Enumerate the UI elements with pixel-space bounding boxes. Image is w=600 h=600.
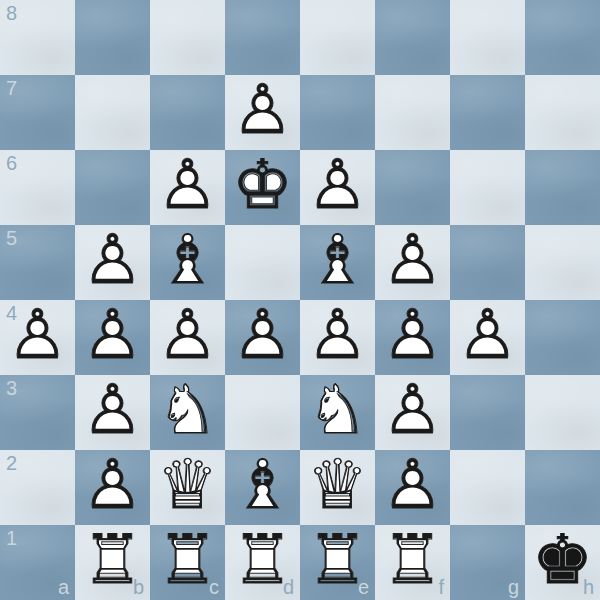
pawn-outline-glyph: ♙ bbox=[382, 226, 443, 294]
square-c8[interactable] bbox=[150, 0, 225, 75]
square-g2[interactable] bbox=[450, 450, 525, 525]
square-b8[interactable] bbox=[75, 0, 150, 75]
piece-white-pawn[interactable]: ♟♙ bbox=[375, 300, 450, 375]
square-f5[interactable]: ♟♙ bbox=[375, 225, 450, 300]
square-b6[interactable] bbox=[75, 150, 150, 225]
rook-outline-glyph: ♖ bbox=[232, 526, 293, 594]
square-a3[interactable]: 3 bbox=[0, 375, 75, 450]
piece-white-pawn[interactable]: ♟♙ bbox=[75, 450, 150, 525]
square-h7[interactable] bbox=[525, 75, 600, 150]
square-a2[interactable]: 2 bbox=[0, 450, 75, 525]
piece-white-rook[interactable]: ♜♖ bbox=[300, 525, 375, 600]
piece-white-pawn[interactable]: ♟♙ bbox=[225, 300, 300, 375]
piece-white-rook[interactable]: ♜♖ bbox=[150, 525, 225, 600]
rank-label-2: 2 bbox=[6, 452, 17, 474]
piece-white-pawn[interactable]: ♟♙ bbox=[75, 225, 150, 300]
piece-white-rook[interactable]: ♜♖ bbox=[225, 525, 300, 600]
pawn-outline-glyph: ♙ bbox=[382, 376, 443, 444]
square-b7[interactable] bbox=[75, 75, 150, 150]
square-b5[interactable]: ♟♙ bbox=[75, 225, 150, 300]
piece-white-pawn[interactable]: ♟♙ bbox=[375, 225, 450, 300]
pawn-outline-glyph: ♙ bbox=[232, 301, 293, 369]
square-d3[interactable] bbox=[225, 375, 300, 450]
rook-outline-glyph: ♖ bbox=[307, 526, 368, 594]
pawn-outline-glyph: ♙ bbox=[157, 301, 218, 369]
square-a4[interactable]: 4♟♙ bbox=[0, 300, 75, 375]
piece-white-knight[interactable]: ♞♘ bbox=[150, 375, 225, 450]
piece-white-knight[interactable]: ♞♘ bbox=[300, 375, 375, 450]
square-g7[interactable] bbox=[450, 75, 525, 150]
square-a7[interactable]: 7 bbox=[0, 75, 75, 150]
square-d8[interactable] bbox=[225, 0, 300, 75]
piece-white-rook[interactable]: ♜♖ bbox=[375, 525, 450, 600]
square-d7[interactable]: ♟♙ bbox=[225, 75, 300, 150]
square-g6[interactable] bbox=[450, 150, 525, 225]
square-g1[interactable]: g bbox=[450, 525, 525, 600]
pawn-outline-glyph: ♙ bbox=[382, 301, 443, 369]
pawn-outline-glyph: ♙ bbox=[82, 451, 143, 519]
rook-outline-glyph: ♖ bbox=[82, 526, 143, 594]
square-f8[interactable] bbox=[375, 0, 450, 75]
piece-white-bishop[interactable]: ♝♗ bbox=[225, 450, 300, 525]
square-b1[interactable]: b♜♖ bbox=[75, 525, 150, 600]
piece-white-pawn[interactable]: ♟♙ bbox=[375, 375, 450, 450]
square-d4[interactable]: ♟♙ bbox=[225, 300, 300, 375]
square-b4[interactable]: ♟♙ bbox=[75, 300, 150, 375]
piece-white-rook[interactable]: ♜♖ bbox=[75, 525, 150, 600]
piece-white-queen[interactable]: ♛♕ bbox=[300, 450, 375, 525]
rook-outline-glyph: ♖ bbox=[157, 526, 218, 594]
square-e7[interactable] bbox=[300, 75, 375, 150]
square-e3[interactable]: ♞♘ bbox=[300, 375, 375, 450]
square-c2[interactable]: ♛♕ bbox=[150, 450, 225, 525]
square-c5[interactable]: ♝♗ bbox=[150, 225, 225, 300]
piece-white-pawn[interactable]: ♟♙ bbox=[75, 375, 150, 450]
king-glyph: ♚ bbox=[532, 526, 593, 594]
rank-label-7: 7 bbox=[6, 77, 17, 99]
piece-white-pawn[interactable]: ♟♙ bbox=[225, 75, 300, 150]
piece-white-bishop[interactable]: ♝♗ bbox=[150, 225, 225, 300]
rank-label-5: 5 bbox=[6, 227, 17, 249]
square-h2[interactable] bbox=[525, 450, 600, 525]
bishop-outline-glyph: ♗ bbox=[157, 226, 218, 294]
pawn-outline-glyph: ♙ bbox=[232, 76, 293, 144]
piece-white-pawn[interactable]: ♟♙ bbox=[0, 300, 75, 375]
square-f4[interactable]: ♟♙ bbox=[375, 300, 450, 375]
rank-label-3: 3 bbox=[6, 377, 17, 399]
piece-white-pawn[interactable]: ♟♙ bbox=[75, 300, 150, 375]
square-h1[interactable]: h♚ bbox=[525, 525, 600, 600]
rank-label-8: 8 bbox=[6, 2, 17, 24]
square-c1[interactable]: c♜♖ bbox=[150, 525, 225, 600]
file-label-a: a bbox=[58, 576, 69, 598]
square-e1[interactable]: e♜♖ bbox=[300, 525, 375, 600]
square-d5[interactable] bbox=[225, 225, 300, 300]
square-b3[interactable]: ♟♙ bbox=[75, 375, 150, 450]
square-h6[interactable] bbox=[525, 150, 600, 225]
queen-outline-glyph: ♕ bbox=[307, 451, 368, 519]
bishop-outline-glyph: ♗ bbox=[307, 226, 368, 294]
piece-black-king[interactable]: ♚ bbox=[525, 525, 600, 600]
pawn-outline-glyph: ♙ bbox=[457, 301, 518, 369]
piece-white-pawn[interactable]: ♟♙ bbox=[300, 300, 375, 375]
bishop-outline-glyph: ♗ bbox=[232, 451, 293, 519]
rank-label-1: 1 bbox=[6, 527, 17, 549]
square-g8[interactable] bbox=[450, 0, 525, 75]
square-c7[interactable] bbox=[150, 75, 225, 150]
pawn-outline-glyph: ♙ bbox=[82, 301, 143, 369]
king-outline-glyph: ♔ bbox=[232, 151, 293, 219]
square-a5[interactable]: 5 bbox=[0, 225, 75, 300]
square-e8[interactable] bbox=[300, 0, 375, 75]
square-d2[interactable]: ♝♗ bbox=[225, 450, 300, 525]
square-h4[interactable] bbox=[525, 300, 600, 375]
rook-outline-glyph: ♖ bbox=[382, 526, 443, 594]
square-f1[interactable]: f♜♖ bbox=[375, 525, 450, 600]
pawn-outline-glyph: ♙ bbox=[82, 226, 143, 294]
piece-white-pawn[interactable]: ♟♙ bbox=[150, 150, 225, 225]
square-h3[interactable] bbox=[525, 375, 600, 450]
knight-outline-glyph: ♘ bbox=[157, 376, 218, 444]
file-label-g: g bbox=[508, 576, 519, 598]
square-f2[interactable]: ♟♙ bbox=[375, 450, 450, 525]
pawn-outline-glyph: ♙ bbox=[307, 151, 368, 219]
piece-white-bishop[interactable]: ♝♗ bbox=[300, 225, 375, 300]
queen-outline-glyph: ♕ bbox=[157, 451, 218, 519]
piece-white-pawn[interactable]: ♟♙ bbox=[150, 300, 225, 375]
square-d1[interactable]: d♜♖ bbox=[225, 525, 300, 600]
square-a6[interactable]: 6 bbox=[0, 150, 75, 225]
square-c4[interactable]: ♟♙ bbox=[150, 300, 225, 375]
square-f7[interactable] bbox=[375, 75, 450, 150]
square-g4[interactable]: ♟♙ bbox=[450, 300, 525, 375]
square-g3[interactable] bbox=[450, 375, 525, 450]
chess-board: 87♟♙6♟♙♚♔♟♙5♟♙♝♗♝♗♟♙4♟♙♟♙♟♙♟♙♟♙♟♙♟♙3♟♙♞♘… bbox=[0, 0, 600, 600]
square-c3[interactable]: ♞♘ bbox=[150, 375, 225, 450]
square-h8[interactable] bbox=[525, 0, 600, 75]
pawn-outline-glyph: ♙ bbox=[82, 376, 143, 444]
square-e4[interactable]: ♟♙ bbox=[300, 300, 375, 375]
piece-white-pawn[interactable]: ♟♙ bbox=[300, 150, 375, 225]
pawn-outline-glyph: ♙ bbox=[157, 151, 218, 219]
piece-white-king[interactable]: ♚♔ bbox=[225, 150, 300, 225]
pawn-outline-glyph: ♙ bbox=[382, 451, 443, 519]
square-e6[interactable]: ♟♙ bbox=[300, 150, 375, 225]
square-e5[interactable]: ♝♗ bbox=[300, 225, 375, 300]
square-h5[interactable] bbox=[525, 225, 600, 300]
piece-white-queen[interactable]: ♛♕ bbox=[150, 450, 225, 525]
square-c6[interactable]: ♟♙ bbox=[150, 150, 225, 225]
square-e2[interactable]: ♛♕ bbox=[300, 450, 375, 525]
knight-outline-glyph: ♘ bbox=[307, 376, 368, 444]
square-a8[interactable]: 8 bbox=[0, 0, 75, 75]
square-g5[interactable] bbox=[450, 225, 525, 300]
square-f3[interactable]: ♟♙ bbox=[375, 375, 450, 450]
square-a1[interactable]: 1a bbox=[0, 525, 75, 600]
square-f6[interactable] bbox=[375, 150, 450, 225]
rank-label-6: 6 bbox=[6, 152, 17, 174]
piece-white-pawn[interactable]: ♟♙ bbox=[375, 450, 450, 525]
square-d6[interactable]: ♚♔ bbox=[225, 150, 300, 225]
piece-white-pawn[interactable]: ♟♙ bbox=[450, 300, 525, 375]
square-b2[interactable]: ♟♙ bbox=[75, 450, 150, 525]
pawn-outline-glyph: ♙ bbox=[7, 301, 68, 369]
pawn-outline-glyph: ♙ bbox=[307, 301, 368, 369]
